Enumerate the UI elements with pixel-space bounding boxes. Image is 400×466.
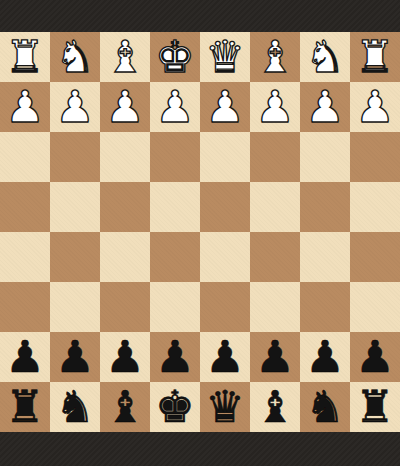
square-h7[interactable]: ♟ <box>0 332 50 382</box>
square-d1[interactable]: ♛ <box>200 32 250 82</box>
square-h2[interactable]: ♟ <box>0 82 50 132</box>
white-pawn-icon: ♟ <box>205 82 244 132</box>
black-pawn-icon: ♟ <box>355 332 394 382</box>
black-pawn-icon: ♟ <box>305 332 344 382</box>
square-c2[interactable]: ♟ <box>250 82 300 132</box>
white-pawn-icon: ♟ <box>155 82 194 132</box>
square-h4[interactable] <box>0 182 50 232</box>
white-pawn-icon: ♟ <box>5 82 44 132</box>
square-e8[interactable]: ♚ <box>150 382 200 432</box>
square-g1[interactable]: ♞ <box>50 32 100 82</box>
square-b1[interactable]: ♞ <box>300 32 350 82</box>
black-bishop-icon: ♝ <box>105 382 144 432</box>
black-rook-icon: ♜ <box>355 382 394 432</box>
white-pawn-icon: ♟ <box>55 82 94 132</box>
black-rook-icon: ♜ <box>5 382 44 432</box>
square-g4[interactable] <box>50 182 100 232</box>
white-pawn-icon: ♟ <box>305 82 344 132</box>
square-f6[interactable] <box>100 282 150 332</box>
square-a4[interactable] <box>350 182 400 232</box>
black-pawn-icon: ♟ <box>205 332 244 382</box>
square-g2[interactable]: ♟ <box>50 82 100 132</box>
square-b6[interactable] <box>300 282 350 332</box>
square-f2[interactable]: ♟ <box>100 82 150 132</box>
square-h3[interactable] <box>0 132 50 182</box>
square-a8[interactable]: ♜ <box>350 382 400 432</box>
white-knight-icon: ♞ <box>55 32 94 82</box>
square-a7[interactable]: ♟ <box>350 332 400 382</box>
square-c4[interactable] <box>250 182 300 232</box>
square-c8[interactable]: ♝ <box>250 382 300 432</box>
black-pawn-icon: ♟ <box>255 332 294 382</box>
white-rook-icon: ♜ <box>5 32 44 82</box>
square-f3[interactable] <box>100 132 150 182</box>
chess-board: ♜♞♝♚♛♝♞♜♟♟♟♟♟♟♟♟♟♟♟♟♟♟♟♟♜♞♝♚♛♝♞♜ <box>0 32 400 432</box>
white-pawn-icon: ♟ <box>255 82 294 132</box>
square-e5[interactable] <box>150 232 200 282</box>
square-a3[interactable] <box>350 132 400 182</box>
square-d4[interactable] <box>200 182 250 232</box>
white-queen-icon: ♛ <box>205 32 244 82</box>
white-pawn-icon: ♟ <box>105 82 144 132</box>
square-b2[interactable]: ♟ <box>300 82 350 132</box>
square-a5[interactable] <box>350 232 400 282</box>
square-h8[interactable]: ♜ <box>0 382 50 432</box>
square-g8[interactable]: ♞ <box>50 382 100 432</box>
black-knight-icon: ♞ <box>55 382 94 432</box>
white-bishop-icon: ♝ <box>105 32 144 82</box>
square-h6[interactable] <box>0 282 50 332</box>
square-g5[interactable] <box>50 232 100 282</box>
black-king-icon: ♚ <box>155 382 194 432</box>
square-d8[interactable]: ♛ <box>200 382 250 432</box>
white-king-icon: ♚ <box>155 32 194 82</box>
square-e4[interactable] <box>150 182 200 232</box>
square-d7[interactable]: ♟ <box>200 332 250 382</box>
square-a6[interactable] <box>350 282 400 332</box>
square-h5[interactable] <box>0 232 50 282</box>
square-f4[interactable] <box>100 182 150 232</box>
square-e6[interactable] <box>150 282 200 332</box>
white-bishop-icon: ♝ <box>255 32 294 82</box>
square-d2[interactable]: ♟ <box>200 82 250 132</box>
square-d3[interactable] <box>200 132 250 182</box>
square-g6[interactable] <box>50 282 100 332</box>
black-pawn-icon: ♟ <box>5 332 44 382</box>
white-knight-icon: ♞ <box>305 32 344 82</box>
white-rook-icon: ♜ <box>355 32 394 82</box>
square-c5[interactable] <box>250 232 300 282</box>
square-e3[interactable] <box>150 132 200 182</box>
square-e7[interactable]: ♟ <box>150 332 200 382</box>
square-d5[interactable] <box>200 232 250 282</box>
square-f1[interactable]: ♝ <box>100 32 150 82</box>
square-b7[interactable]: ♟ <box>300 332 350 382</box>
black-knight-icon: ♞ <box>305 382 344 432</box>
square-g3[interactable] <box>50 132 100 182</box>
square-c7[interactable]: ♟ <box>250 332 300 382</box>
square-f5[interactable] <box>100 232 150 282</box>
white-pawn-icon: ♟ <box>355 82 394 132</box>
square-f8[interactable]: ♝ <box>100 382 150 432</box>
square-c3[interactable] <box>250 132 300 182</box>
square-e1[interactable]: ♚ <box>150 32 200 82</box>
square-b3[interactable] <box>300 132 350 182</box>
square-f7[interactable]: ♟ <box>100 332 150 382</box>
black-pawn-icon: ♟ <box>105 332 144 382</box>
square-a2[interactable]: ♟ <box>350 82 400 132</box>
square-h1[interactable]: ♜ <box>0 32 50 82</box>
app-background: { "game": "chess", "position": "rnbqkbnr… <box>0 0 400 466</box>
square-g7[interactable]: ♟ <box>50 332 100 382</box>
square-b5[interactable] <box>300 232 350 282</box>
black-queen-icon: ♛ <box>205 382 244 432</box>
square-a1[interactable]: ♜ <box>350 32 400 82</box>
square-b4[interactable] <box>300 182 350 232</box>
black-pawn-icon: ♟ <box>55 332 94 382</box>
square-c1[interactable]: ♝ <box>250 32 300 82</box>
square-d6[interactable] <box>200 282 250 332</box>
black-pawn-icon: ♟ <box>155 332 194 382</box>
square-b8[interactable]: ♞ <box>300 382 350 432</box>
black-bishop-icon: ♝ <box>255 382 294 432</box>
square-c6[interactable] <box>250 282 300 332</box>
square-e2[interactable]: ♟ <box>150 82 200 132</box>
